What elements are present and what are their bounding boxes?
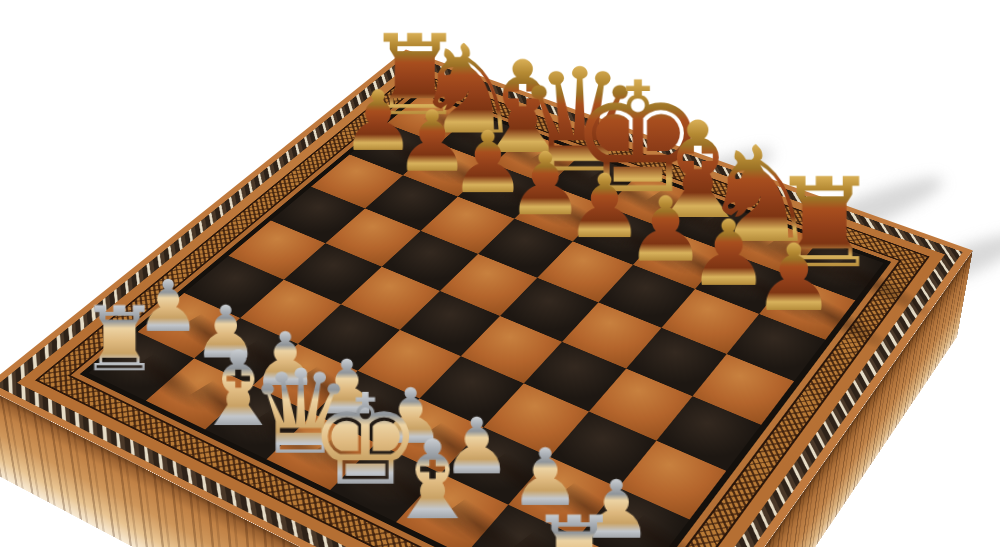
piece-white-rook[interactable]: ♜	[484, 501, 664, 547]
pawn-glyph: ♟	[752, 223, 835, 332]
piece-anchor-h7: ♟	[759, 275, 855, 339]
rook-glyph: ♜	[529, 493, 620, 547]
piece-anchor-h1: ♜	[536, 536, 651, 547]
product-photo-scene: ♜♞♝♛♚♝♞♜♟♟♟♟♟♟♟♟♟♟♟♟♟♟♟♟♜♞♝♛♚♝♞♜	[0, 0, 1000, 547]
perspective-stage: ♜♞♝♛♚♝♞♜♟♟♟♟♟♟♟♟♟♟♟♟♟♟♟♟♜♞♝♛♚♝♞♜	[0, 0, 1000, 547]
piece-black-pawn[interactable]: ♟	[717, 231, 870, 324]
chess-board: ♜♞♝♛♚♝♞♜♟♟♟♟♟♟♟♟♟♟♟♟♟♟♟♟♜♞♝♛♚♝♞♜	[0, 49, 973, 547]
